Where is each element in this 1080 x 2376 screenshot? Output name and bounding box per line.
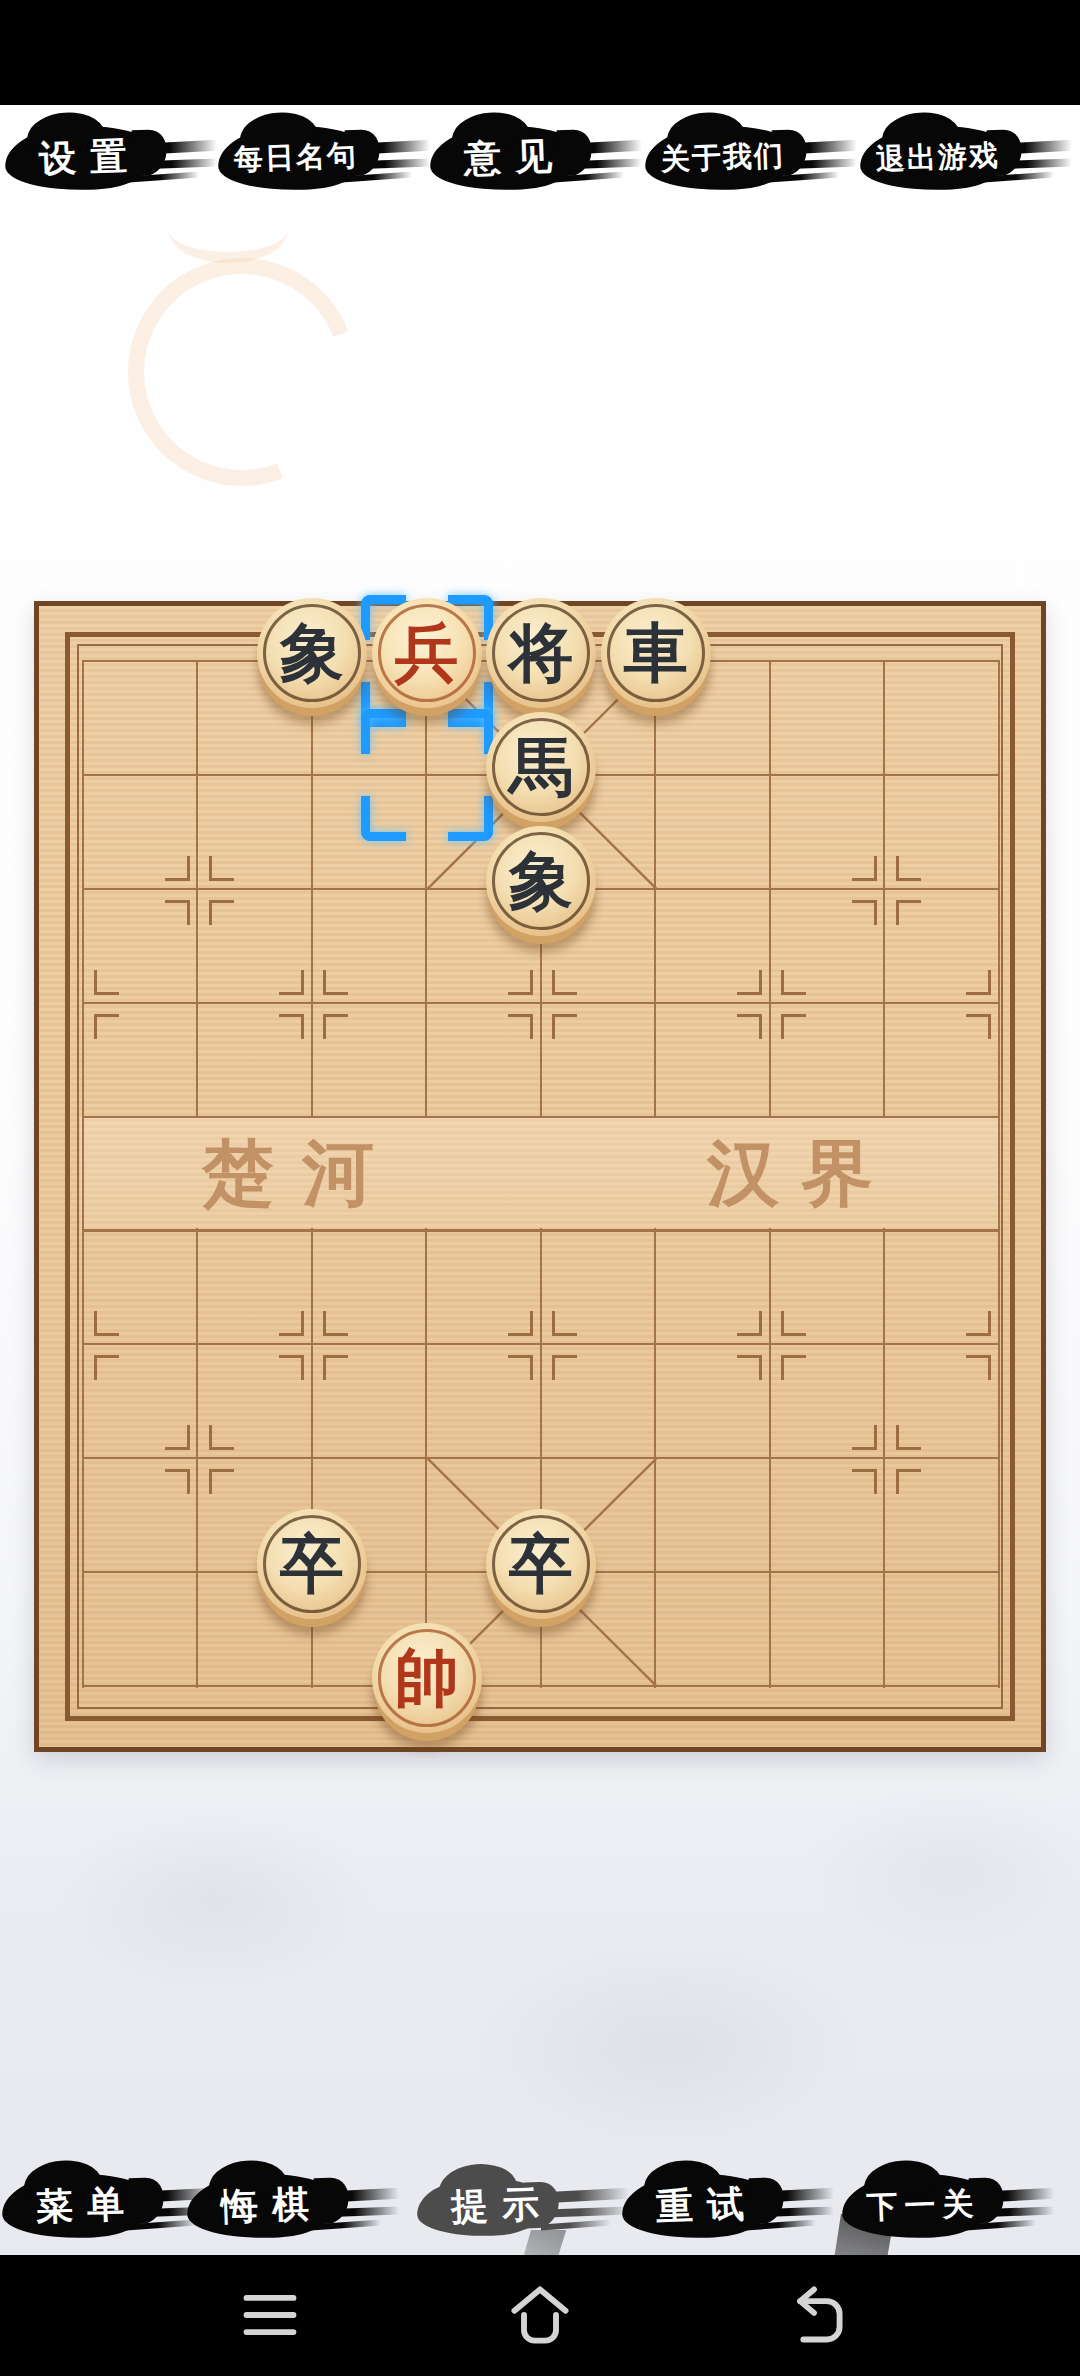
button-label: 关于我们 — [641, 109, 804, 207]
button-label: 提示 — [413, 2157, 576, 2255]
position-marker — [852, 1425, 877, 1450]
grid-edge-line-right — [998, 1116, 1000, 1230]
position-marker — [552, 970, 577, 995]
grid-edge-line-left — [82, 1116, 84, 1230]
position-marker — [966, 1311, 991, 1336]
position-marker — [896, 856, 921, 881]
position-marker — [508, 1355, 533, 1380]
position-marker — [781, 1355, 806, 1380]
position-marker — [781, 1014, 806, 1039]
piece-black-chariot[interactable]: 車 — [601, 598, 711, 708]
button-label: 每日名句 — [214, 109, 377, 207]
position-marker — [94, 1014, 119, 1039]
position-marker — [737, 1311, 762, 1336]
position-marker — [966, 970, 991, 995]
position-marker — [165, 900, 190, 925]
piece-red-soldier[interactable]: 兵 — [372, 598, 482, 708]
back-icon[interactable] — [782, 2283, 846, 2347]
button-label: 设置 — [1, 109, 164, 207]
button-label: 悔棋 — [183, 2157, 346, 2255]
position-marker — [737, 1014, 762, 1039]
button-label: 下一关 — [838, 2157, 1001, 2255]
board-grid[interactable]: 象兵将車馬象卒卒帥 — [82, 660, 1000, 1688]
piece-glyph: 兵 — [372, 598, 482, 708]
position-marker — [209, 856, 234, 881]
bracket-corner — [361, 709, 406, 754]
position-marker — [552, 1355, 577, 1380]
piece-glyph: 卒 — [257, 1509, 367, 1619]
position-marker — [781, 1311, 806, 1336]
bottom-menu-hint[interactable]: 提示 — [415, 2160, 633, 2256]
position-marker — [209, 900, 234, 925]
position-marker — [737, 970, 762, 995]
position-marker — [279, 1311, 304, 1336]
home-icon[interactable] — [508, 2283, 572, 2347]
position-marker — [852, 856, 877, 881]
piece-black-general[interactable]: 将 — [486, 598, 596, 708]
top-menu-about-us[interactable]: 关于我们 — [643, 112, 861, 208]
piece-black-soldier[interactable]: 卒 — [257, 1509, 367, 1619]
position-marker — [165, 1469, 190, 1494]
piece-glyph: 馬 — [486, 712, 596, 822]
position-marker — [508, 1014, 533, 1039]
position-marker — [852, 1469, 877, 1494]
position-marker — [896, 1469, 921, 1494]
position-marker — [209, 1425, 234, 1450]
position-marker — [279, 1014, 304, 1039]
position-marker — [323, 1311, 348, 1336]
top-menu-feedback[interactable]: 意见 — [428, 112, 646, 208]
position-marker — [508, 1311, 533, 1336]
position-marker — [165, 1425, 190, 1450]
piece-black-elephant[interactable]: 象 — [486, 826, 596, 936]
button-label: 退出游戏 — [856, 109, 1019, 207]
position-marker — [209, 1469, 234, 1494]
position-marker — [165, 856, 190, 881]
screen: 设置每日名句意见关于我们退出游戏 楚河 汉界 象兵将車馬象卒卒帥 菜单悔棋提示重… — [0, 0, 1080, 2376]
bottom-menu-next-level[interactable]: 下一关 — [840, 2160, 1058, 2256]
position-marker — [94, 970, 119, 995]
position-marker — [781, 970, 806, 995]
piece-red-general[interactable]: 帥 — [372, 1623, 482, 1733]
position-marker — [323, 1014, 348, 1039]
piece-glyph: 卒 — [486, 1509, 596, 1619]
highlight-bracket-move-mark — [361, 709, 493, 841]
position-marker — [279, 970, 304, 995]
ink-ring-watermark — [91, 221, 392, 522]
position-marker — [94, 1355, 119, 1380]
xiangqi-board[interactable]: 楚河 汉界 象兵将車馬象卒卒帥 — [34, 601, 1046, 1752]
top-menu-daily-quote[interactable]: 每日名句 — [216, 112, 434, 208]
piece-glyph: 象 — [486, 826, 596, 936]
position-marker — [552, 1014, 577, 1039]
piece-black-elephant[interactable]: 象 — [257, 598, 367, 708]
bracket-corner — [361, 796, 406, 841]
position-marker — [552, 1311, 577, 1336]
top-menu-exit-game[interactable]: 退出游戏 — [858, 112, 1076, 208]
position-marker — [966, 1014, 991, 1039]
top-menu-settings[interactable]: 设置 — [3, 112, 221, 208]
position-marker — [508, 970, 533, 995]
piece-glyph: 帥 — [372, 1623, 482, 1733]
button-label: 重试 — [618, 2157, 781, 2255]
button-label: 意见 — [426, 109, 589, 207]
position-marker — [966, 1355, 991, 1380]
piece-black-soldier[interactable]: 卒 — [486, 1509, 596, 1619]
position-marker — [323, 1355, 348, 1380]
position-marker — [852, 900, 877, 925]
position-marker — [896, 900, 921, 925]
position-marker — [94, 1311, 119, 1336]
bottom-menu-retry[interactable]: 重试 — [620, 2160, 838, 2256]
button-label: 菜单 — [0, 2157, 162, 2255]
position-marker — [323, 970, 348, 995]
piece-black-horse[interactable]: 馬 — [486, 712, 596, 822]
menu-lines-icon[interactable] — [238, 2283, 302, 2347]
piece-glyph: 車 — [601, 598, 711, 708]
bottom-menu-undo-move[interactable]: 悔棋 — [185, 2160, 403, 2256]
position-marker — [279, 1355, 304, 1380]
piece-glyph: 将 — [486, 598, 596, 708]
status-bar — [0, 0, 1080, 105]
position-marker — [896, 1425, 921, 1450]
position-marker — [737, 1355, 762, 1380]
android-nav-bar — [0, 2255, 1080, 2376]
piece-glyph: 象 — [257, 598, 367, 708]
